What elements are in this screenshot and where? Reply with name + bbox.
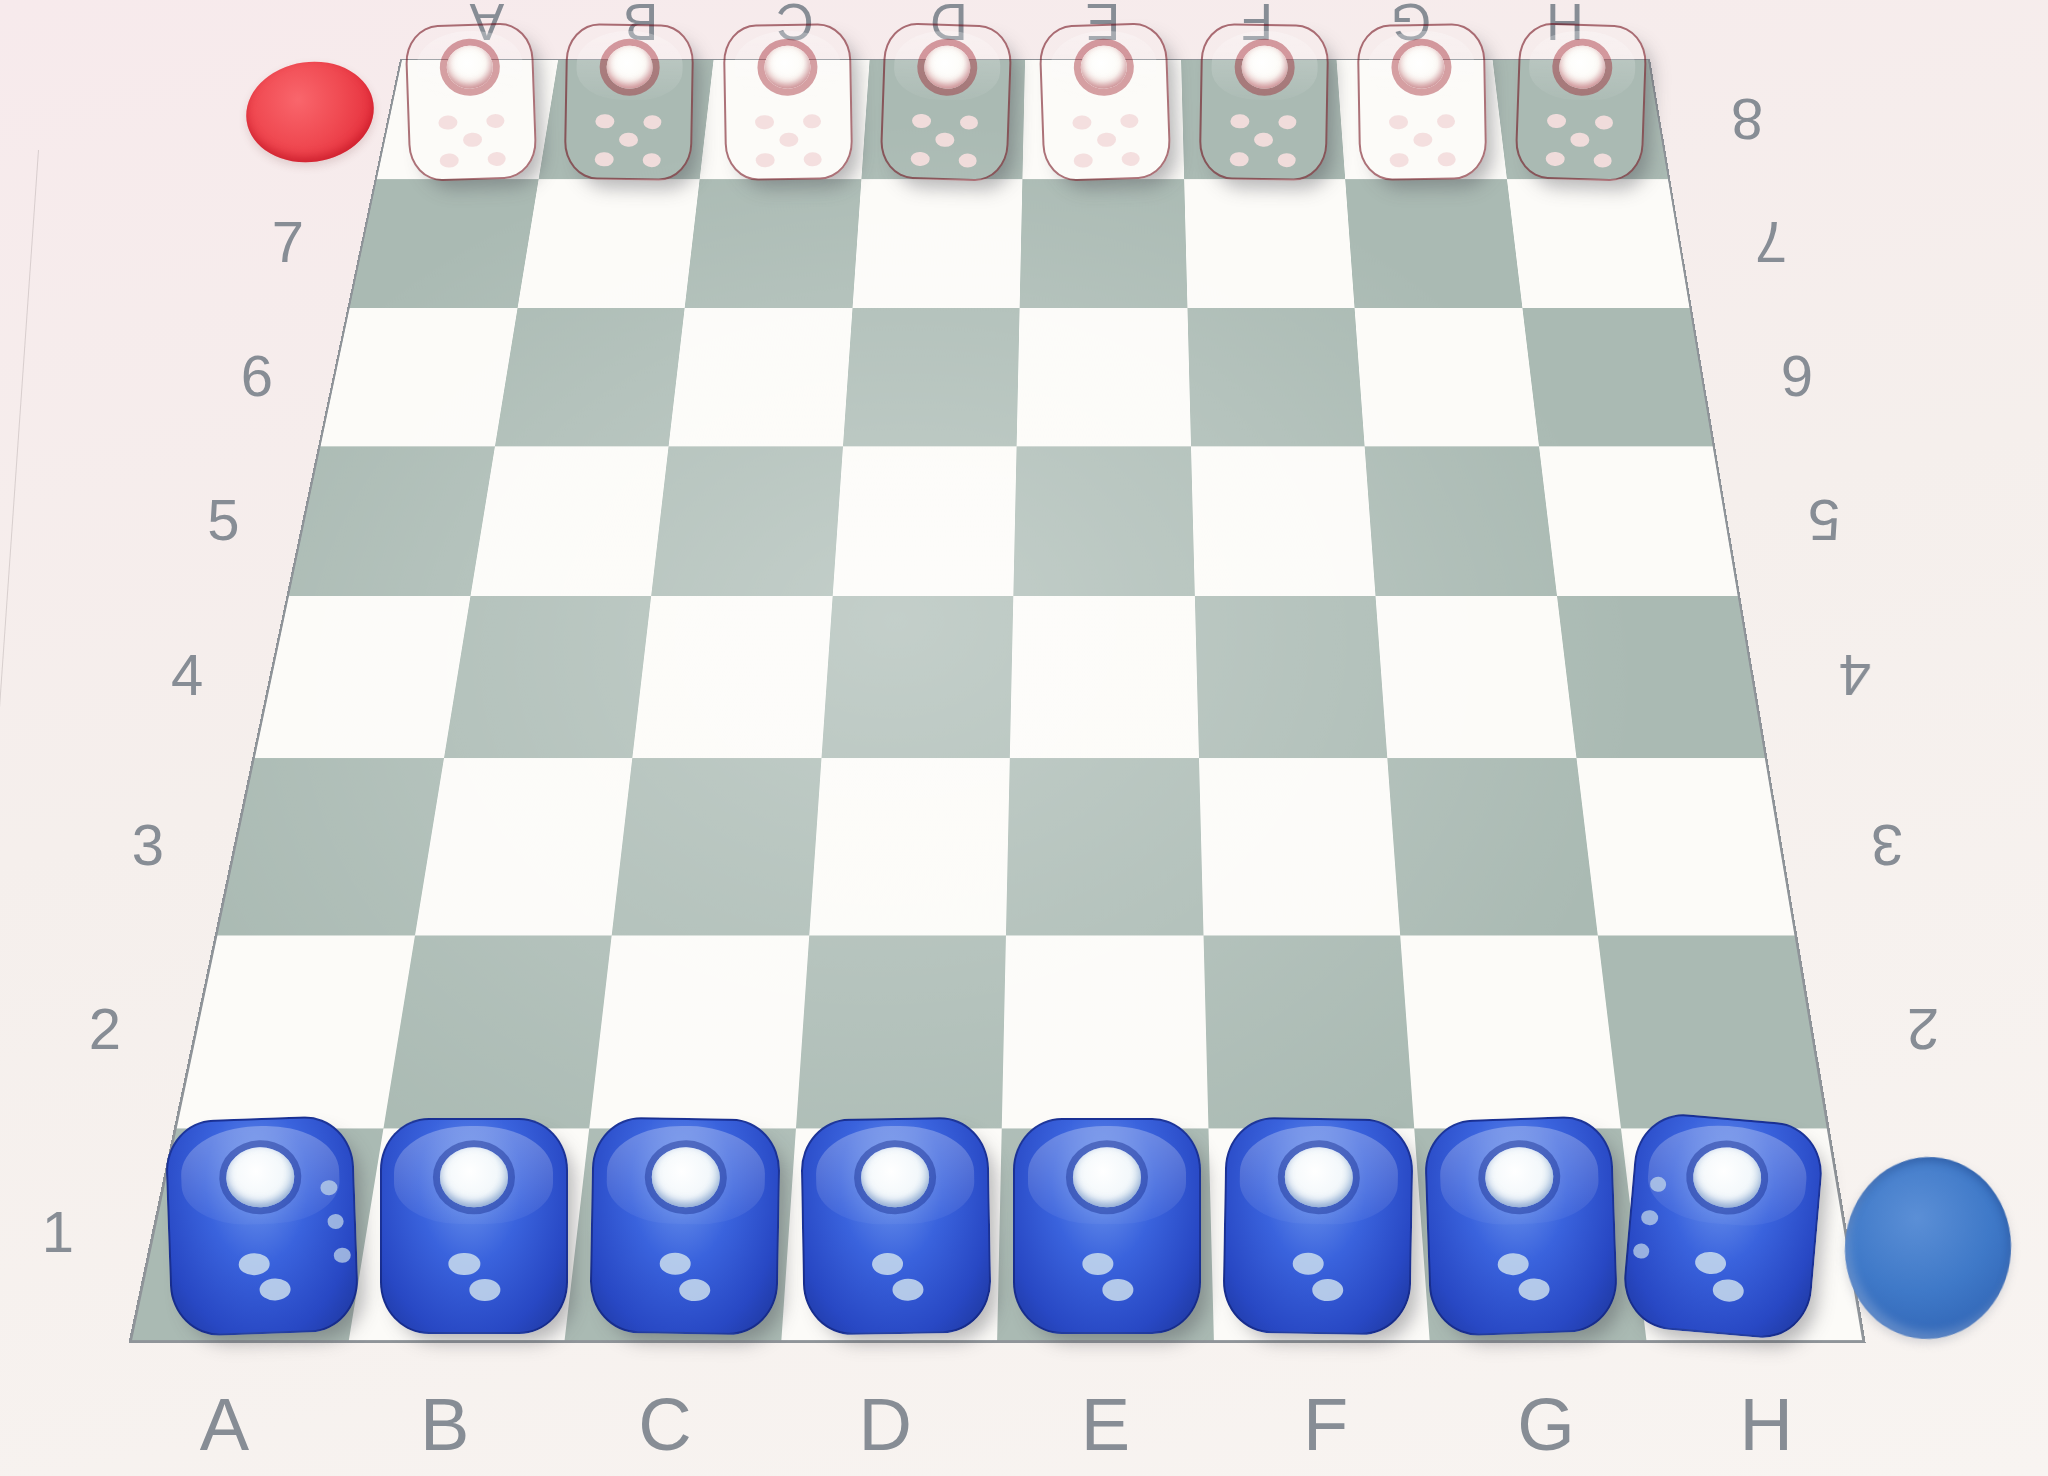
die-front-pip bbox=[1592, 153, 1611, 168]
square-b7[interactable] bbox=[517, 179, 699, 307]
die-front-pip bbox=[1390, 153, 1409, 168]
red-die-c8[interactable] bbox=[723, 23, 854, 181]
die-front-pip bbox=[1545, 151, 1564, 166]
square-e6[interactable] bbox=[1017, 308, 1191, 446]
square-d2[interactable] bbox=[795, 935, 1005, 1128]
square-g2[interactable] bbox=[1400, 935, 1620, 1128]
die-top-face-pip bbox=[1080, 45, 1127, 89]
file-label-bottom-f: F bbox=[1303, 1388, 1348, 1462]
rank-label-left-6: 6 bbox=[241, 347, 273, 405]
rank-label-left-5: 5 bbox=[207, 491, 239, 549]
square-d6[interactable] bbox=[843, 308, 1020, 446]
die-front-pip bbox=[960, 115, 979, 130]
blue-die-d1[interactable] bbox=[800, 1116, 992, 1335]
square-h7[interactable] bbox=[1507, 179, 1690, 307]
square-g3[interactable] bbox=[1387, 758, 1597, 935]
red-die-a8[interactable] bbox=[404, 22, 537, 182]
square-c6[interactable] bbox=[669, 308, 853, 446]
rank-label-right-5: 5 bbox=[1808, 491, 1840, 549]
blue-die-f1[interactable] bbox=[1222, 1116, 1414, 1335]
die-front-pip bbox=[486, 113, 505, 128]
rank-label-left-3: 3 bbox=[132, 816, 164, 874]
die-front-pip bbox=[802, 114, 821, 129]
square-h4[interactable] bbox=[1557, 596, 1765, 758]
die-front-pip bbox=[756, 153, 775, 168]
rank-label-left-1: 1 bbox=[42, 1203, 74, 1261]
die-front-pip bbox=[892, 1278, 924, 1301]
square-c4[interactable] bbox=[632, 596, 832, 758]
red-die-h8[interactable] bbox=[1514, 22, 1647, 182]
square-c7[interactable] bbox=[685, 179, 861, 307]
square-c5[interactable] bbox=[651, 446, 842, 596]
die-front-pip bbox=[1693, 1251, 1726, 1276]
die-front-pip bbox=[1102, 1278, 1133, 1300]
file-label-bottom-c: C bbox=[638, 1388, 691, 1462]
die-front-pip bbox=[1413, 133, 1432, 148]
square-f7[interactable] bbox=[1184, 179, 1355, 307]
square-h5[interactable] bbox=[1539, 446, 1738, 596]
square-a2[interactable] bbox=[177, 935, 415, 1128]
die-front-pip bbox=[659, 1253, 691, 1276]
die-front-pip bbox=[463, 132, 482, 147]
die-front-pip bbox=[469, 1278, 500, 1300]
square-b2[interactable] bbox=[383, 935, 612, 1128]
square-a7[interactable] bbox=[350, 179, 538, 307]
rank-label-left-4: 4 bbox=[171, 646, 203, 704]
die-top-face-pip bbox=[1558, 45, 1605, 89]
square-e3[interactable] bbox=[1006, 758, 1203, 935]
die-front-pip bbox=[643, 115, 662, 130]
die-front-pip bbox=[1230, 114, 1249, 129]
square-h6[interactable] bbox=[1522, 308, 1713, 446]
square-f3[interactable] bbox=[1199, 758, 1401, 935]
square-b3[interactable] bbox=[415, 758, 633, 935]
die-front-pip bbox=[1074, 153, 1093, 168]
die-front-pip bbox=[1632, 1243, 1650, 1259]
square-b6[interactable] bbox=[495, 308, 685, 446]
square-d4[interactable] bbox=[821, 596, 1013, 758]
square-f5[interactable] bbox=[1191, 446, 1376, 596]
square-g5[interactable] bbox=[1365, 446, 1557, 596]
die-front-pip bbox=[334, 1247, 351, 1262]
die-front-pip bbox=[260, 1278, 292, 1301]
die-front-pip bbox=[619, 133, 638, 148]
die-front-pip bbox=[439, 115, 458, 130]
die-front-pip bbox=[1436, 114, 1455, 129]
die-front-pip bbox=[1073, 115, 1092, 130]
red-die-f8[interactable] bbox=[1198, 23, 1329, 181]
file-label-bottom-e: E bbox=[1081, 1388, 1130, 1462]
die-top-face-pip bbox=[1285, 1147, 1354, 1208]
die-front-pip bbox=[1389, 115, 1408, 130]
die-top-face-pip bbox=[446, 45, 493, 89]
die-front-pip bbox=[1570, 132, 1589, 147]
red-die-d8[interactable] bbox=[880, 22, 1013, 182]
die-top-face-pip bbox=[1690, 1145, 1763, 1210]
die-front-pip bbox=[1097, 132, 1116, 147]
rank-label-left-7: 7 bbox=[272, 213, 304, 271]
die-front-pip bbox=[595, 152, 614, 167]
square-a6[interactable] bbox=[321, 308, 518, 446]
square-a5[interactable] bbox=[289, 446, 495, 596]
die-top-face-pip bbox=[607, 45, 654, 88]
die-front-pip bbox=[779, 133, 798, 148]
square-f4[interactable] bbox=[1194, 596, 1387, 758]
die-top-face-pip bbox=[860, 1147, 929, 1208]
die-top-face-pip bbox=[1398, 45, 1445, 88]
file-label-bottom-a: A bbox=[200, 1388, 249, 1462]
die-front-pip bbox=[803, 152, 822, 167]
die-front-pip bbox=[1594, 115, 1613, 130]
red-disc[interactable] bbox=[240, 54, 381, 171]
red-die-g8[interactable] bbox=[1357, 23, 1488, 181]
square-c3[interactable] bbox=[612, 758, 821, 935]
file-label-bottom-b: B bbox=[420, 1388, 469, 1462]
blue-disc[interactable] bbox=[1839, 1151, 2017, 1344]
square-d7[interactable] bbox=[852, 179, 1022, 307]
die-front-pip bbox=[1253, 133, 1272, 148]
die-front-pip bbox=[913, 113, 932, 128]
red-die-b8[interactable] bbox=[564, 23, 695, 181]
die-front-pip bbox=[1711, 1278, 1744, 1303]
die-top-face-pip bbox=[764, 45, 811, 88]
rank-label-right-7: 7 bbox=[1755, 213, 1787, 271]
square-d5[interactable] bbox=[832, 446, 1016, 596]
die-front-pip bbox=[1437, 152, 1456, 167]
die-front-pip bbox=[936, 132, 955, 147]
die-front-pip bbox=[872, 1253, 904, 1276]
rank-label-right-8: 8 bbox=[1731, 90, 1763, 148]
square-a4[interactable] bbox=[255, 596, 470, 758]
square-b5[interactable] bbox=[470, 446, 668, 596]
die-front-pip bbox=[449, 1253, 480, 1275]
square-f2[interactable] bbox=[1203, 935, 1414, 1128]
photo-scene: AABBCCDDEEFFGGHH8877665544332211 bbox=[0, 0, 2048, 1476]
rank-label-right-3: 3 bbox=[1871, 816, 1903, 874]
die-front-pip bbox=[643, 153, 662, 168]
file-label-bottom-d: D bbox=[858, 1388, 911, 1462]
blue-die-g1[interactable] bbox=[1424, 1115, 1619, 1337]
rank-label-right-2: 2 bbox=[1907, 1000, 1939, 1058]
die-front-pip bbox=[1277, 115, 1296, 130]
die-front-pip bbox=[679, 1278, 711, 1301]
square-e2[interactable] bbox=[1002, 935, 1208, 1128]
blue-die-e1[interactable] bbox=[1013, 1118, 1201, 1334]
die-front-pip bbox=[596, 114, 615, 129]
die-front-pip bbox=[440, 153, 459, 168]
blue-die-b1[interactable] bbox=[380, 1118, 568, 1334]
die-top-face-pip bbox=[1485, 1146, 1555, 1208]
die-front-pip bbox=[1121, 151, 1140, 166]
die-front-pip bbox=[1120, 113, 1139, 128]
die-front-pip bbox=[1312, 1278, 1344, 1301]
square-a3[interactable] bbox=[217, 758, 443, 935]
die-front-pip bbox=[1497, 1253, 1529, 1276]
square-f6[interactable] bbox=[1187, 308, 1365, 446]
die-front-pip bbox=[1640, 1209, 1658, 1225]
die-front-pip bbox=[321, 1180, 338, 1195]
die-front-pip bbox=[958, 153, 977, 168]
square-g6[interactable] bbox=[1355, 308, 1539, 446]
square-e4[interactable] bbox=[1010, 596, 1199, 758]
die-top-face-pip bbox=[440, 1148, 508, 1207]
die-front-pip bbox=[1082, 1253, 1113, 1275]
die-front-pip bbox=[1277, 153, 1296, 168]
paper-edge bbox=[0, 150, 39, 1473]
blue-die-h1[interactable] bbox=[1619, 1110, 1825, 1342]
die-top-face-pip bbox=[924, 45, 971, 89]
die-top-face-pip bbox=[1241, 45, 1288, 88]
die-front-pip bbox=[911, 151, 930, 166]
blue-die-a1[interactable] bbox=[165, 1115, 360, 1337]
square-g4[interactable] bbox=[1376, 596, 1577, 758]
square-e5[interactable] bbox=[1013, 446, 1194, 596]
square-h3[interactable] bbox=[1576, 758, 1794, 935]
file-label-bottom-g: G bbox=[1517, 1388, 1575, 1462]
red-die-e8[interactable] bbox=[1038, 22, 1171, 182]
square-e7[interactable] bbox=[1020, 179, 1187, 307]
file-label-bottom-h: H bbox=[1739, 1388, 1792, 1462]
square-g7[interactable] bbox=[1345, 179, 1522, 307]
rank-label-left-2: 2 bbox=[89, 1000, 121, 1058]
blue-die-c1[interactable] bbox=[589, 1116, 781, 1335]
die-top-face-pip bbox=[226, 1146, 296, 1208]
die-top-face-pip bbox=[1073, 1148, 1141, 1207]
die-front-pip bbox=[1649, 1176, 1667, 1192]
rank-label-right-6: 6 bbox=[1780, 347, 1812, 405]
die-front-pip bbox=[755, 115, 774, 130]
die-front-pip bbox=[1230, 152, 1249, 167]
die-front-pip bbox=[1547, 113, 1566, 128]
die-front-pip bbox=[1519, 1278, 1551, 1301]
square-c2[interactable] bbox=[589, 935, 809, 1128]
square-h2[interactable] bbox=[1597, 935, 1826, 1128]
die-front-pip bbox=[487, 151, 506, 166]
rank-label-right-4: 4 bbox=[1839, 646, 1871, 704]
square-d3[interactable] bbox=[809, 758, 1010, 935]
die-front-pip bbox=[239, 1253, 271, 1276]
die-top-face-pip bbox=[651, 1147, 720, 1208]
die-front-pip bbox=[1293, 1253, 1325, 1276]
die-front-pip bbox=[327, 1214, 344, 1229]
square-b4[interactable] bbox=[444, 596, 652, 758]
